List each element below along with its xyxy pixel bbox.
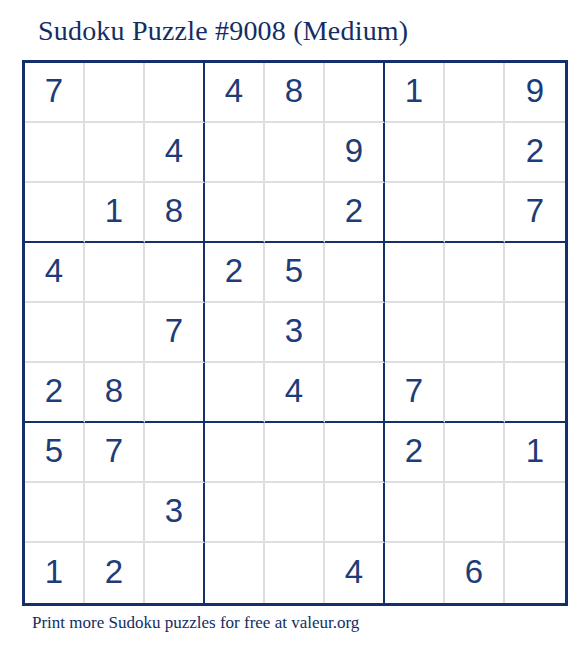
cell-r6c9 <box>505 363 565 423</box>
cell-r6c3 <box>145 363 205 423</box>
cell-r9c5 <box>265 543 325 603</box>
cell-r5c3: 7 <box>145 303 205 363</box>
page-title: Sudoku Puzzle #9008 (Medium) <box>38 14 574 48</box>
cell-r8c9 <box>505 483 565 543</box>
cell-r2c6: 9 <box>325 123 385 183</box>
cell-r6c8 <box>445 363 505 423</box>
cell-r2c9: 2 <box>505 123 565 183</box>
cell-r5c8 <box>445 303 505 363</box>
cell-r1c1: 7 <box>25 63 85 123</box>
cell-r2c3: 4 <box>145 123 205 183</box>
cell-r3c3: 8 <box>145 183 205 243</box>
cell-r8c7 <box>385 483 445 543</box>
cell-r8c3: 3 <box>145 483 205 543</box>
cell-r6c1: 2 <box>25 363 85 423</box>
cell-r1c7: 1 <box>385 63 445 123</box>
cell-r1c3 <box>145 63 205 123</box>
cell-r3c6: 2 <box>325 183 385 243</box>
cell-r9c9 <box>505 543 565 603</box>
cell-r8c8 <box>445 483 505 543</box>
cell-r3c4 <box>205 183 265 243</box>
cell-r6c2: 8 <box>85 363 145 423</box>
cell-r8c5 <box>265 483 325 543</box>
cell-r5c6 <box>325 303 385 363</box>
cell-r9c2: 2 <box>85 543 145 603</box>
cell-r4c6 <box>325 243 385 303</box>
cell-r6c6 <box>325 363 385 423</box>
cell-r1c2 <box>85 63 145 123</box>
cell-r7c7: 2 <box>385 423 445 483</box>
cell-r7c8 <box>445 423 505 483</box>
cell-r7c3 <box>145 423 205 483</box>
cell-r2c7 <box>385 123 445 183</box>
cell-r7c6 <box>325 423 385 483</box>
cell-r5c7 <box>385 303 445 363</box>
cell-r9c6: 4 <box>325 543 385 603</box>
cell-r1c8 <box>445 63 505 123</box>
cell-r8c4 <box>205 483 265 543</box>
cell-r3c5 <box>265 183 325 243</box>
cell-r1c9: 9 <box>505 63 565 123</box>
cell-r1c5: 8 <box>265 63 325 123</box>
cell-r8c6 <box>325 483 385 543</box>
cell-r9c3 <box>145 543 205 603</box>
cell-r4c1: 4 <box>25 243 85 303</box>
cell-r4c3 <box>145 243 205 303</box>
cell-r4c2 <box>85 243 145 303</box>
cell-r4c4: 2 <box>205 243 265 303</box>
cell-r3c8 <box>445 183 505 243</box>
cell-r8c2 <box>85 483 145 543</box>
cell-r9c1: 1 <box>25 543 85 603</box>
cell-r7c2: 7 <box>85 423 145 483</box>
cell-r5c9 <box>505 303 565 363</box>
cell-r7c9: 1 <box>505 423 565 483</box>
cell-r4c9 <box>505 243 565 303</box>
cell-r3c1 <box>25 183 85 243</box>
cell-r8c1 <box>25 483 85 543</box>
cell-r7c1: 5 <box>25 423 85 483</box>
cell-r4c8 <box>445 243 505 303</box>
cell-r1c4: 4 <box>205 63 265 123</box>
cell-r6c7: 7 <box>385 363 445 423</box>
cell-r7c4 <box>205 423 265 483</box>
cell-r1c6 <box>325 63 385 123</box>
cell-r2c2 <box>85 123 145 183</box>
cell-r3c9: 7 <box>505 183 565 243</box>
cell-r9c4 <box>205 543 265 603</box>
footer-text: Print more Sudoku puzzles for free at va… <box>32 613 359 633</box>
cell-r2c5 <box>265 123 325 183</box>
cell-r5c5: 3 <box>265 303 325 363</box>
sudoku-board: 748194921827425732847572131246 <box>22 60 568 606</box>
cell-r3c2: 1 <box>85 183 145 243</box>
cell-r2c1 <box>25 123 85 183</box>
cell-r6c5: 4 <box>265 363 325 423</box>
cell-r2c4 <box>205 123 265 183</box>
cell-r2c8 <box>445 123 505 183</box>
cell-r5c4 <box>205 303 265 363</box>
cell-r3c7 <box>385 183 445 243</box>
cell-r6c4 <box>205 363 265 423</box>
cell-r4c5: 5 <box>265 243 325 303</box>
cell-r5c1 <box>25 303 85 363</box>
cell-r7c5 <box>265 423 325 483</box>
cell-r5c2 <box>85 303 145 363</box>
cell-r4c7 <box>385 243 445 303</box>
cell-r9c7 <box>385 543 445 603</box>
cell-r9c8: 6 <box>445 543 505 603</box>
